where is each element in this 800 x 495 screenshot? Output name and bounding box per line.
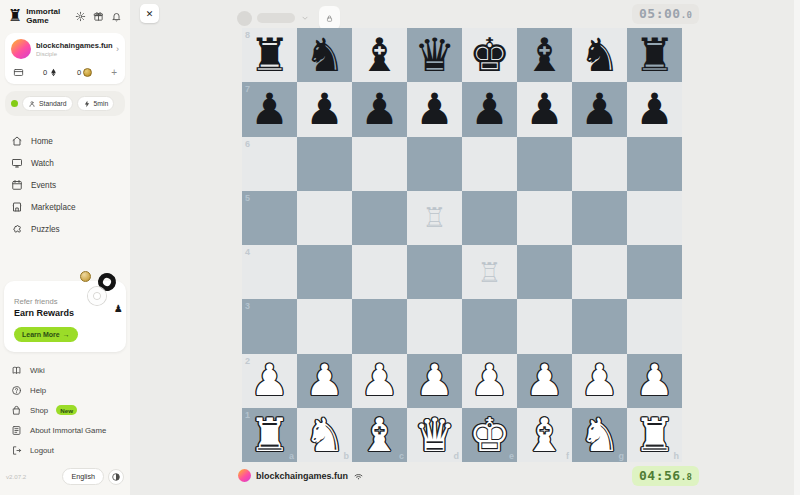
square-c7[interactable]: ♟ — [352, 82, 407, 136]
black-pawn[interactable]: ♟ — [525, 88, 564, 131]
black-bishop[interactable]: ♝ — [359, 32, 400, 78]
player-avatar — [238, 469, 251, 482]
profile-subtitle: Disciple — [36, 51, 111, 57]
time-control-label: 5min — [94, 100, 109, 107]
white-king[interactable]: ♚ — [469, 412, 510, 458]
wallet-icon[interactable] — [13, 67, 24, 78]
rank-label: 3 — [245, 301, 250, 311]
square-e5[interactable] — [462, 191, 517, 245]
language-button[interactable]: English — [62, 468, 104, 485]
new-badge: New — [56, 405, 77, 415]
square-c1[interactable]: c♝ — [352, 408, 407, 462]
square-g2[interactable]: ♟ — [572, 354, 627, 408]
sidebar-item-events[interactable]: Events — [0, 174, 130, 196]
white-rook[interactable]: ♜ — [634, 412, 675, 458]
black-pawn[interactable]: ♟ — [580, 88, 619, 131]
black-pawn[interactable]: ♟ — [635, 88, 674, 131]
opponent-avatar-placeholder — [237, 11, 252, 26]
opponent-clock-time: 05:00 — [639, 6, 681, 21]
balance-row: 0 0 + — [11, 67, 119, 78]
chess-board: 8♜♞♝♛♚♝♞♜7♟♟♟♟♟♟♟♟65♖4♖32♟♟♟♟♟♟♟♟1a♜b♞c♝… — [242, 28, 682, 462]
square-f8[interactable]: ♝ — [517, 28, 572, 82]
referral-card: ♟ Refer friends Earn Rewards Learn More … — [4, 281, 126, 352]
time-control-pill[interactable]: 5min — [77, 96, 115, 111]
square-b5[interactable] — [297, 191, 352, 245]
white-pawn[interactable]: ♟ — [415, 359, 454, 402]
square-h3[interactable] — [627, 299, 682, 353]
white-knight[interactable]: ♞ — [304, 412, 345, 458]
help-icon — [11, 385, 22, 396]
square-c4[interactable] — [352, 245, 407, 299]
square-h8[interactable]: ♜ — [627, 28, 682, 82]
square-c2[interactable]: ♟ — [352, 354, 407, 408]
close-icon: ✕ — [146, 9, 154, 19]
square-g5[interactable] — [572, 191, 627, 245]
contrast-icon — [111, 472, 121, 482]
link-label: Logout — [30, 446, 54, 455]
square-f7[interactable]: ♟ — [517, 82, 572, 136]
square-g6[interactable] — [572, 137, 627, 191]
black-knight[interactable]: ♞ — [304, 32, 345, 78]
eth-balance: 0 — [43, 68, 58, 77]
player-clock: 04:56.8 — [632, 466, 699, 486]
link-label: Wiki — [30, 366, 45, 375]
white-pawn[interactable]: ♟ — [250, 359, 289, 402]
white-pawn[interactable]: ♟ — [305, 359, 344, 402]
player-clock-tenths: .8 — [681, 472, 693, 482]
square-e2[interactable]: ♟ — [462, 354, 517, 408]
square-g3[interactable] — [572, 299, 627, 353]
nav-label: Watch — [31, 159, 54, 168]
square-b3[interactable] — [297, 299, 352, 353]
white-bishop[interactable]: ♝ — [359, 412, 400, 458]
square-e3[interactable] — [462, 299, 517, 353]
black-queen[interactable]: ♛ — [414, 32, 455, 78]
white-pawn[interactable]: ♟ — [580, 359, 619, 402]
rank-label: 5 — [245, 193, 250, 203]
wifi-icon — [353, 470, 364, 481]
person-icon — [28, 100, 36, 108]
chevron-right-icon[interactable]: › — [116, 45, 119, 54]
logo-line2: Game — [26, 16, 60, 25]
nav-label: Events — [31, 181, 56, 190]
square-d1[interactable]: d♛ — [407, 408, 462, 462]
player-clock-time: 04:56 — [639, 468, 681, 483]
black-rook[interactable]: ♜ — [249, 32, 290, 78]
square-b6[interactable] — [297, 137, 352, 191]
square-a3[interactable]: 3 — [242, 299, 297, 353]
square-f3[interactable] — [517, 299, 572, 353]
white-pawn[interactable]: ♟ — [635, 359, 674, 402]
black-pawn[interactable]: ♟ — [415, 88, 454, 131]
sidebar-item-puzzles[interactable]: Puzzles — [0, 218, 130, 240]
game-mode-pill[interactable]: Standard — [22, 96, 73, 111]
sidebar: ♜ Immortal Game blockch — [0, 0, 130, 495]
book-icon — [11, 365, 22, 376]
learn-more-button[interactable]: Learn More → — [14, 327, 78, 342]
reward-rook-icon: ♖ — [422, 202, 446, 233]
square-b8[interactable]: ♞ — [297, 28, 352, 82]
square-b7[interactable]: ♟ — [297, 82, 352, 136]
square-h7[interactable]: ♟ — [627, 82, 682, 136]
square-g7[interactable]: ♟ — [572, 82, 627, 136]
sidebar-nav: Home Watch Events Marketplace Puzzles — [0, 130, 130, 240]
ethereum-icon — [49, 68, 58, 77]
link-shop[interactable]: Shop New — [0, 400, 130, 420]
scrollbar[interactable] — [794, 0, 800, 495]
square-e6[interactable] — [462, 137, 517, 191]
white-pawn[interactable]: ♟ — [470, 359, 509, 402]
nav-label: Puzzles — [31, 225, 60, 234]
white-knight[interactable]: ♞ — [579, 412, 620, 458]
chevron-down-icon[interactable] — [300, 13, 310, 23]
square-d3[interactable] — [407, 299, 462, 353]
player-name: blockchaingames.fun — [256, 471, 348, 481]
anonymous-lock-pill — [319, 6, 340, 30]
gold-coin-icon — [83, 68, 92, 77]
theme-toggle-button[interactable] — [108, 469, 124, 485]
sidebar-item-watch[interactable]: Watch — [0, 152, 130, 174]
square-e7[interactable]: ♟ — [462, 82, 517, 136]
black-pawn[interactable]: ♟ — [250, 88, 289, 131]
notifications-bell-icon[interactable] — [111, 11, 122, 22]
opponent-row — [237, 6, 340, 30]
sidebar-footer: v2.07.2 English — [0, 460, 130, 495]
black-knight[interactable]: ♞ — [579, 32, 620, 78]
square-h1[interactable]: h♜ — [627, 408, 682, 462]
link-about[interactable]: About Immortal Game — [0, 420, 130, 440]
screen-icon — [11, 157, 23, 169]
rank-label: 4 — [245, 247, 250, 257]
square-b1[interactable]: b♞ — [297, 408, 352, 462]
avatar — [11, 39, 31, 59]
square-a1[interactable]: 1a♜ — [242, 408, 297, 462]
black-bishop[interactable]: ♝ — [524, 32, 565, 78]
nav-label: Home — [31, 137, 53, 146]
square-d2[interactable]: ♟ — [407, 354, 462, 408]
square-h4[interactable] — [627, 245, 682, 299]
nav-label: Marketplace — [31, 203, 76, 212]
profile-names: blockchaingames.fun Disciple — [36, 41, 111, 57]
square-e8[interactable]: ♚ — [462, 28, 517, 82]
storefront-icon — [11, 201, 23, 213]
link-label: Help — [30, 386, 46, 395]
square-b4[interactable] — [297, 245, 352, 299]
learn-more-label: Learn More — [22, 331, 60, 338]
square-a4[interactable]: 4 — [242, 245, 297, 299]
black-king[interactable]: ♚ — [469, 32, 510, 78]
player-row: blockchaingames.fun — [238, 469, 364, 482]
coin-icon — [80, 271, 91, 282]
header-icons — [75, 11, 122, 22]
chain-link-black-icon — [95, 270, 120, 295]
square-h2[interactable]: ♟ — [627, 354, 682, 408]
link-help[interactable]: Help — [0, 380, 130, 400]
gift-icon[interactable] — [93, 11, 104, 22]
username: blockchaingames.fun — [36, 41, 111, 50]
square-a6[interactable]: 6 — [242, 137, 297, 191]
referral-title: Refer friends — [14, 297, 116, 306]
white-pawn[interactable]: ♟ — [525, 359, 564, 402]
square-f4[interactable] — [517, 245, 572, 299]
coin-balance-value: 0 — [77, 68, 81, 77]
logo-rook-icon: ♜ — [8, 8, 22, 24]
arrow-right-icon: → — [63, 331, 70, 338]
white-bishop[interactable]: ♝ — [524, 412, 565, 458]
square-f1[interactable]: f♝ — [517, 408, 572, 462]
sidebar-header: ♜ Immortal Game — [0, 0, 130, 30]
rank-label: 6 — [245, 139, 250, 149]
square-d7[interactable]: ♟ — [407, 82, 462, 136]
match-status-row: Standard 5min — [5, 91, 125, 116]
profile-row: blockchaingames.fun Disciple › — [11, 39, 119, 59]
square-c3[interactable] — [352, 299, 407, 353]
app-version: v2.07.2 — [6, 473, 58, 480]
link-wiki[interactable]: Wiki — [0, 360, 130, 380]
main-area: ✕ 05:00.0 8♜♞♝♛♚♝♞♜7♟♟♟♟♟♟♟♟65♖4♖32♟♟♟♟♟… — [130, 0, 800, 495]
white-rook[interactable]: ♜ — [249, 412, 290, 458]
opponent-clock-tenths: .0 — [681, 10, 693, 20]
square-g4[interactable] — [572, 245, 627, 299]
square-c6[interactable] — [352, 137, 407, 191]
square-g8[interactable]: ♞ — [572, 28, 627, 82]
online-status-dot — [11, 100, 18, 107]
opponent-name-placeholder — [257, 13, 295, 23]
link-label: About Immortal Game — [30, 426, 106, 435]
calendar-icon — [11, 179, 23, 191]
document-icon — [11, 425, 22, 436]
coin-balance: 0 — [77, 68, 92, 77]
sidebar-links: Wiki Help Shop New About Immortal Game L… — [0, 360, 130, 460]
reward-rook-icon: ♖ — [477, 257, 501, 288]
square-d4[interactable] — [407, 245, 462, 299]
logo-title[interactable]: Immortal Game — [26, 7, 60, 25]
sidebar-item-marketplace[interactable]: Marketplace — [0, 196, 130, 218]
close-button[interactable]: ✕ — [140, 4, 159, 23]
square-c5[interactable] — [352, 191, 407, 245]
square-g1[interactable]: g♞ — [572, 408, 627, 462]
profile-card[interactable]: blockchaingames.fun Disciple › 0 0 + — [5, 33, 125, 84]
add-funds-button[interactable]: + — [111, 68, 117, 78]
square-d8[interactable]: ♛ — [407, 28, 462, 82]
square-f2[interactable]: ♟ — [517, 354, 572, 408]
square-a2[interactable]: 2♟ — [242, 354, 297, 408]
black-pawn[interactable]: ♟ — [470, 88, 509, 131]
square-c8[interactable]: ♝ — [352, 28, 407, 82]
eth-balance-value: 0 — [43, 68, 47, 77]
file-label: f — [566, 451, 569, 461]
square-a5[interactable]: 5 — [242, 191, 297, 245]
square-d5[interactable]: ♖ — [407, 191, 462, 245]
logo-line1: Immortal — [26, 7, 60, 16]
white-pawn[interactable]: ♟ — [360, 359, 399, 402]
settings-gear-icon[interactable] — [75, 11, 86, 22]
home-icon — [11, 135, 23, 147]
link-logout[interactable]: Logout — [0, 440, 130, 460]
square-f6[interactable] — [517, 137, 572, 191]
square-h6[interactable] — [627, 137, 682, 191]
puzzle-icon — [11, 223, 23, 235]
referral-subtitle: Earn Rewards — [14, 308, 116, 318]
square-e1[interactable]: e♚ — [462, 408, 517, 462]
square-a7[interactable]: 7♟ — [242, 82, 297, 136]
link-label: Shop — [30, 406, 48, 415]
lightning-icon — [83, 100, 91, 108]
square-e4[interactable]: ♖ — [462, 245, 517, 299]
black-rook[interactable]: ♜ — [634, 32, 675, 78]
shopping-bag-icon — [11, 405, 22, 416]
black-pawn[interactable]: ♟ — [360, 88, 399, 131]
square-f5[interactable] — [517, 191, 572, 245]
square-d6[interactable] — [407, 137, 462, 191]
square-b2[interactable]: ♟ — [297, 354, 352, 408]
opponent-clock: 05:00.0 — [632, 4, 699, 24]
black-pawn[interactable]: ♟ — [305, 88, 344, 131]
sidebar-item-home[interactable]: Home — [0, 130, 130, 152]
lock-icon — [325, 14, 334, 23]
square-h5[interactable] — [627, 191, 682, 245]
square-a8[interactable]: 8♜ — [242, 28, 297, 82]
white-queen[interactable]: ♛ — [414, 412, 455, 458]
immortal-game-app: ♜ Immortal Game blockch — [0, 0, 800, 495]
game-mode-label: Standard — [39, 100, 67, 107]
logout-icon — [11, 445, 22, 456]
